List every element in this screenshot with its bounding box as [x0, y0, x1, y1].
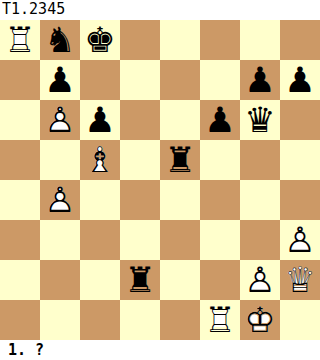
square-f4[interactable]	[200, 180, 240, 220]
white-bishop-fill: ♝	[80, 140, 120, 180]
square-b1[interactable]	[40, 300, 80, 340]
square-g2[interactable]: ♟♙	[240, 260, 280, 300]
square-d5[interactable]	[120, 140, 160, 180]
square-c8[interactable]: ♚	[80, 20, 120, 60]
square-h6[interactable]	[280, 100, 320, 140]
white-queen-fill: ♛	[280, 260, 320, 300]
square-c6[interactable]: ♟	[80, 100, 120, 140]
square-f7[interactable]	[200, 60, 240, 100]
square-f3[interactable]	[200, 220, 240, 260]
square-a3[interactable]	[0, 220, 40, 260]
square-b5[interactable]	[40, 140, 80, 180]
white-queen: ♕	[280, 260, 320, 300]
square-c7[interactable]	[80, 60, 120, 100]
black-rook: ♜	[160, 140, 200, 180]
square-f6[interactable]: ♟	[200, 100, 240, 140]
square-f1[interactable]: ♜♖	[200, 300, 240, 340]
white-pawn-fill: ♟	[240, 260, 280, 300]
black-pawn: ♟	[80, 100, 120, 140]
square-h2[interactable]: ♛♕	[280, 260, 320, 300]
white-pawn-fill: ♟	[40, 100, 80, 140]
square-h8[interactable]	[280, 20, 320, 60]
square-f2[interactable]	[200, 260, 240, 300]
white-pawn: ♙	[240, 260, 280, 300]
square-g4[interactable]	[240, 180, 280, 220]
square-d4[interactable]	[120, 180, 160, 220]
white-rook-fill: ♜	[200, 300, 240, 340]
square-d7[interactable]	[120, 60, 160, 100]
square-a7[interactable]	[0, 60, 40, 100]
square-g7[interactable]: ♟	[240, 60, 280, 100]
square-c1[interactable]	[80, 300, 120, 340]
square-f8[interactable]	[200, 20, 240, 60]
square-a6[interactable]	[0, 100, 40, 140]
square-h5[interactable]	[280, 140, 320, 180]
black-pawn: ♟	[40, 60, 80, 100]
square-e1[interactable]	[160, 300, 200, 340]
square-c5[interactable]: ♝♗	[80, 140, 120, 180]
square-e5[interactable]: ♜	[160, 140, 200, 180]
square-a4[interactable]	[0, 180, 40, 220]
square-e7[interactable]	[160, 60, 200, 100]
square-g6[interactable]: ♛	[240, 100, 280, 140]
square-g1[interactable]: ♚♔	[240, 300, 280, 340]
white-pawn-fill: ♟	[40, 180, 80, 220]
square-e4[interactable]	[160, 180, 200, 220]
black-knight: ♞	[40, 20, 80, 60]
square-a5[interactable]	[0, 140, 40, 180]
square-a2[interactable]	[0, 260, 40, 300]
square-d1[interactable]	[120, 300, 160, 340]
square-h1[interactable]	[280, 300, 320, 340]
square-g3[interactable]	[240, 220, 280, 260]
square-h3[interactable]: ♟♙	[280, 220, 320, 260]
square-h4[interactable]	[280, 180, 320, 220]
square-c2[interactable]	[80, 260, 120, 300]
square-g8[interactable]	[240, 20, 280, 60]
square-d6[interactable]	[120, 100, 160, 140]
square-h7[interactable]: ♟	[280, 60, 320, 100]
square-e8[interactable]	[160, 20, 200, 60]
white-pawn-fill: ♟	[280, 220, 320, 260]
diagram-title: T1.2345	[0, 0, 320, 20]
white-rook: ♖	[200, 300, 240, 340]
white-bishop: ♗	[80, 140, 120, 180]
square-d2[interactable]: ♜	[120, 260, 160, 300]
square-b3[interactable]	[40, 220, 80, 260]
black-pawn: ♟	[280, 60, 320, 100]
black-pawn: ♟	[200, 100, 240, 140]
white-rook: ♖	[0, 20, 40, 60]
chess-board: ♜♖♞♚♟♟♟♟♙♟♟♛♝♗♜♟♙♟♙♜♟♙♛♕♜♖♚♔	[0, 20, 320, 340]
square-b7[interactable]: ♟	[40, 60, 80, 100]
white-king: ♔	[240, 300, 280, 340]
white-pawn: ♙	[40, 100, 80, 140]
square-b2[interactable]	[40, 260, 80, 300]
black-pawn: ♟	[240, 60, 280, 100]
square-a1[interactable]	[0, 300, 40, 340]
square-b6[interactable]: ♟♙	[40, 100, 80, 140]
square-b4[interactable]: ♟♙	[40, 180, 80, 220]
black-king: ♚	[80, 20, 120, 60]
square-a8[interactable]: ♜♖	[0, 20, 40, 60]
square-c3[interactable]	[80, 220, 120, 260]
square-g5[interactable]	[240, 140, 280, 180]
square-b8[interactable]: ♞	[40, 20, 80, 60]
square-e2[interactable]	[160, 260, 200, 300]
white-rook-fill: ♜	[0, 20, 40, 60]
white-pawn: ♙	[40, 180, 80, 220]
white-pawn: ♙	[280, 220, 320, 260]
square-e6[interactable]	[160, 100, 200, 140]
black-rook: ♜	[120, 260, 160, 300]
square-e3[interactable]	[160, 220, 200, 260]
square-f5[interactable]	[200, 140, 240, 180]
square-d8[interactable]	[120, 20, 160, 60]
white-king-fill: ♚	[240, 300, 280, 340]
square-d3[interactable]	[120, 220, 160, 260]
square-c4[interactable]	[80, 180, 120, 220]
move-prompt: 1. ?	[0, 340, 320, 360]
black-queen: ♛	[240, 100, 280, 140]
